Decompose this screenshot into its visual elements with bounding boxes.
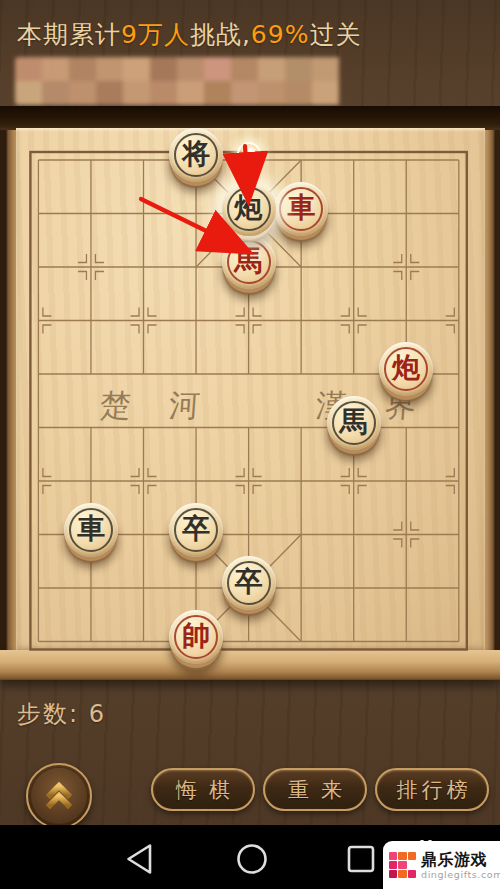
馬-black-piece[interactable]: 馬	[327, 396, 381, 450]
watermark-name: 鼎乐游戏	[421, 851, 500, 869]
帥-red-piece[interactable]: 帥	[169, 610, 223, 664]
watermark-badge: 鼎乐游戏 dinglegifts.com	[383, 841, 500, 889]
board-top-edge	[0, 106, 500, 130]
stat-prefix: 本期累计	[17, 20, 121, 49]
stat-players: 9万人	[121, 20, 190, 49]
undo-move-button[interactable]: 悔棋	[151, 768, 255, 811]
step-counter-value: 6	[89, 700, 106, 728]
board-front-edge	[0, 650, 500, 680]
将-black-piece[interactable]: 将	[169, 128, 223, 182]
watermark-dots	[419, 832, 435, 840]
home-icon[interactable]	[239, 846, 266, 873]
車-black-piece[interactable]: 車	[64, 503, 118, 557]
watermark-domain: dinglegifts.com	[421, 869, 500, 880]
車-red-piece[interactable]: 車	[274, 182, 328, 236]
dinglegifts-logo-icon	[389, 852, 416, 879]
recents-icon[interactable]	[349, 847, 373, 871]
back-icon[interactable]	[129, 846, 151, 873]
step-counter: 步数: 6	[17, 698, 106, 730]
board-side-right	[484, 130, 500, 652]
卒-black-piece[interactable]: 卒	[169, 503, 223, 557]
stat-suffix: 过关	[309, 20, 361, 49]
collapse-panel-button[interactable]	[26, 763, 92, 829]
restart-button[interactable]: 重来	[263, 768, 367, 811]
step-counter-label: 步数:	[17, 700, 79, 728]
炮-black-piece[interactable]: 炮	[222, 182, 276, 236]
leaderboard-button[interactable]: 排行榜	[375, 768, 489, 811]
app-screen: 本期累计9万人挑战,69%过关 楚 河 漢 界 将炮車馬炮馬車卒卒帥 步数: 6…	[0, 0, 500, 889]
stat-mid: 挑战,	[190, 20, 251, 49]
卒-black-piece[interactable]: 卒	[222, 556, 276, 610]
last-move-origin-dot	[237, 142, 261, 166]
炮-red-piece[interactable]: 炮	[379, 342, 433, 396]
stat-percent: 69%	[251, 20, 310, 49]
river-label-chu-he: 楚 河	[99, 385, 216, 427]
chevron-up-icon	[41, 778, 77, 814]
challenge-stats-text: 本期累计9万人挑战,69%过关	[17, 18, 361, 51]
censored-mosaic	[15, 57, 365, 105]
馬-red-piece[interactable]: 馬	[222, 235, 276, 289]
